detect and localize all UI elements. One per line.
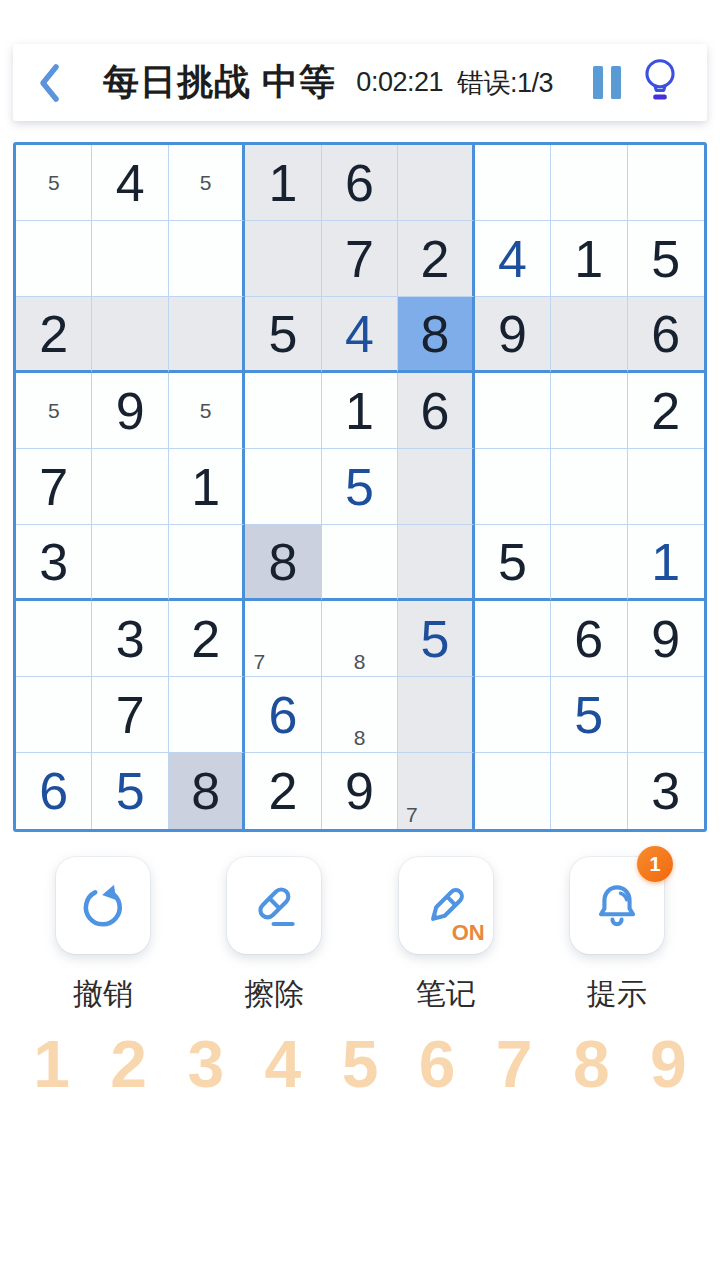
back-button[interactable] bbox=[33, 60, 67, 106]
cell-r2c2[interactable] bbox=[92, 221, 168, 297]
cell-r7c1[interactable] bbox=[16, 601, 92, 677]
cell-r3c2[interactable] bbox=[92, 297, 168, 373]
cell-r9c2[interactable]: 5 bbox=[92, 753, 168, 829]
pencil-notes: 5 bbox=[18, 147, 89, 218]
cell-r1c1[interactable]: 5 bbox=[16, 145, 92, 221]
notes-label: 笔记 bbox=[416, 974, 476, 1015]
pencil-notes: 5 bbox=[18, 375, 89, 446]
pause-button[interactable] bbox=[593, 66, 621, 99]
cell-r2c1[interactable] bbox=[16, 221, 92, 297]
hint-button[interactable]: 1 bbox=[570, 857, 664, 954]
given-digit: 9 bbox=[116, 385, 145, 437]
given-digit: 2 bbox=[191, 613, 220, 665]
given-digit: 2 bbox=[651, 385, 680, 437]
note-digit: 7 bbox=[400, 803, 423, 827]
cell-r9c4[interactable]: 2 bbox=[245, 753, 321, 829]
cell-r1c9[interactable] bbox=[628, 145, 704, 221]
cell-r3c7[interactable]: 9 bbox=[475, 297, 551, 373]
cell-r6c4[interactable]: 8 bbox=[245, 525, 321, 601]
user-digit: 5 bbox=[116, 765, 145, 817]
lightbulb-icon bbox=[639, 56, 681, 106]
cell-r4c7[interactable] bbox=[475, 373, 551, 449]
pencil-notes: 5 bbox=[171, 375, 240, 446]
header-bar: 每日挑战 中等 0:02:21 错误:1/3 bbox=[13, 44, 707, 121]
given-digit: 3 bbox=[651, 765, 680, 817]
user-digit: 4 bbox=[498, 233, 527, 285]
bell-icon bbox=[591, 880, 643, 932]
cell-r6c9[interactable]: 1 bbox=[628, 525, 704, 601]
cell-r2c5[interactable]: 7 bbox=[322, 221, 398, 297]
timer: 0:02:21 bbox=[356, 67, 443, 98]
note-digit: 8 bbox=[348, 650, 372, 674]
given-digit: 5 bbox=[651, 233, 680, 285]
cell-r9c9[interactable]: 3 bbox=[628, 753, 704, 829]
cell-r3c6[interactable]: 8 bbox=[398, 297, 474, 373]
cell-r8c5[interactable]: 8 bbox=[322, 677, 398, 753]
erase-button[interactable] bbox=[227, 857, 321, 954]
cell-r7c6[interactable]: 5 bbox=[398, 601, 474, 677]
cell-r9c3[interactable]: 8 bbox=[169, 753, 245, 829]
erase-label: 擦除 bbox=[244, 974, 304, 1015]
cell-r3c9[interactable]: 6 bbox=[628, 297, 704, 373]
cell-r6c7[interactable]: 5 bbox=[475, 525, 551, 601]
cell-r8c4[interactable]: 6 bbox=[245, 677, 321, 753]
sudoku-app-screen: 每日挑战 中等 0:02:21 错误:1/3 54516724152548965… bbox=[0, 0, 720, 1280]
given-digit: 8 bbox=[269, 536, 298, 588]
pencil-notes: 8 bbox=[324, 603, 395, 674]
numpad-digit-5[interactable]: 5 bbox=[321, 1026, 398, 1102]
back-chevron-icon bbox=[35, 61, 65, 105]
note-digit: 8 bbox=[348, 726, 372, 750]
pencil-notes: 5 bbox=[171, 147, 240, 218]
note-digit: 5 bbox=[194, 171, 217, 195]
given-digit: 9 bbox=[345, 765, 374, 817]
cell-r5c5[interactable]: 5 bbox=[322, 449, 398, 525]
page-title: 每日挑战 中等 bbox=[103, 58, 336, 107]
given-digit: 1 bbox=[574, 233, 603, 285]
cell-r9c8[interactable] bbox=[551, 753, 627, 829]
given-digit: 4 bbox=[116, 157, 145, 209]
given-digit: 6 bbox=[345, 157, 374, 209]
cell-r5c2[interactable] bbox=[92, 449, 168, 525]
cell-r8c8[interactable]: 5 bbox=[551, 677, 627, 753]
given-digit: 8 bbox=[191, 765, 220, 817]
cell-r7c4[interactable]: 7 bbox=[245, 601, 321, 677]
cell-r5c8[interactable] bbox=[551, 449, 627, 525]
cell-r1c5[interactable]: 6 bbox=[322, 145, 398, 221]
user-digit: 1 bbox=[651, 536, 680, 588]
user-digit: 5 bbox=[345, 461, 374, 513]
cell-r1c4[interactable]: 1 bbox=[245, 145, 321, 221]
numpad-digit-1[interactable]: 1 bbox=[13, 1026, 90, 1102]
given-digit: 1 bbox=[345, 385, 374, 437]
user-digit: 6 bbox=[269, 689, 298, 741]
cell-r8c2[interactable]: 7 bbox=[92, 677, 168, 753]
hint-tool: 1 提示 bbox=[570, 857, 664, 1015]
given-digit: 3 bbox=[116, 613, 145, 665]
cell-r6c5[interactable] bbox=[322, 525, 398, 601]
cell-r8c9[interactable] bbox=[628, 677, 704, 753]
cell-r5c9[interactable] bbox=[628, 449, 704, 525]
given-digit: 7 bbox=[116, 689, 145, 741]
pencil-notes: 8 bbox=[324, 679, 395, 750]
given-digit: 1 bbox=[269, 157, 298, 209]
pause-icon bbox=[611, 66, 621, 99]
given-digit: 5 bbox=[269, 308, 298, 360]
cell-r8c6[interactable] bbox=[398, 677, 474, 753]
cell-r6c2[interactable] bbox=[92, 525, 168, 601]
cell-r7c9[interactable]: 9 bbox=[628, 601, 704, 677]
numpad-digit-4[interactable]: 4 bbox=[244, 1026, 321, 1102]
given-digit: 6 bbox=[651, 308, 680, 360]
toolbar: 撤销 擦除 bbox=[56, 857, 664, 1015]
note-digit: 5 bbox=[42, 171, 66, 195]
given-digit: 9 bbox=[651, 613, 680, 665]
numpad-digit-6[interactable]: 6 bbox=[399, 1026, 476, 1102]
notes-button[interactable]: ON bbox=[399, 857, 493, 954]
cell-r2c4[interactable] bbox=[245, 221, 321, 297]
cell-r1c2[interactable]: 4 bbox=[92, 145, 168, 221]
cell-r3c5[interactable]: 4 bbox=[322, 297, 398, 373]
note-digit: 7 bbox=[247, 650, 271, 674]
cell-r6c1[interactable]: 3 bbox=[16, 525, 92, 601]
cell-r9c6[interactable]: 7 bbox=[398, 753, 474, 829]
cell-r2c8[interactable]: 1 bbox=[551, 221, 627, 297]
given-digit: 6 bbox=[420, 385, 449, 437]
cell-r7c8[interactable]: 6 bbox=[551, 601, 627, 677]
given-digit: 8 bbox=[420, 308, 449, 360]
erase-tool: 擦除 bbox=[227, 857, 321, 1015]
theme-bulb-button[interactable] bbox=[639, 56, 681, 110]
header-status-group: 0:02:21 错误:1/3 bbox=[356, 56, 707, 110]
cell-r2c3[interactable] bbox=[169, 221, 245, 297]
cell-r4c8[interactable] bbox=[551, 373, 627, 449]
numpad-digit-3[interactable]: 3 bbox=[167, 1026, 244, 1102]
numpad-digit-8[interactable]: 8 bbox=[553, 1026, 630, 1102]
note-digit: 5 bbox=[194, 399, 217, 423]
cell-r6c8[interactable] bbox=[551, 525, 627, 601]
cell-r7c3[interactable]: 2 bbox=[169, 601, 245, 677]
cell-r8c7[interactable] bbox=[475, 677, 551, 753]
numpad-digit-7[interactable]: 7 bbox=[476, 1026, 553, 1102]
pause-icon bbox=[593, 66, 603, 99]
notes-tool: ON 笔记 bbox=[399, 857, 493, 1015]
cell-r5c4[interactable] bbox=[245, 449, 321, 525]
given-digit: 7 bbox=[345, 233, 374, 285]
cell-r4c3[interactable]: 5 bbox=[169, 373, 245, 449]
hint-count-badge: 1 bbox=[637, 846, 673, 882]
cell-r4c1[interactable]: 5 bbox=[16, 373, 92, 449]
cell-r7c7[interactable] bbox=[475, 601, 551, 677]
given-digit: 7 bbox=[39, 461, 68, 513]
numpad-digit-2[interactable]: 2 bbox=[90, 1026, 167, 1102]
cell-r3c3[interactable] bbox=[169, 297, 245, 373]
note-digit: 5 bbox=[42, 399, 66, 423]
given-digit: 2 bbox=[39, 308, 68, 360]
pencil-notes: 7 bbox=[247, 603, 318, 674]
cell-r2c9[interactable]: 5 bbox=[628, 221, 704, 297]
cell-r9c1[interactable]: 6 bbox=[16, 753, 92, 829]
cell-r3c1[interactable]: 2 bbox=[16, 297, 92, 373]
cell-r5c6[interactable] bbox=[398, 449, 474, 525]
cell-r5c1[interactable]: 7 bbox=[16, 449, 92, 525]
cell-r4c4[interactable] bbox=[245, 373, 321, 449]
given-digit: 5 bbox=[498, 536, 527, 588]
undo-label: 撤销 bbox=[73, 974, 133, 1015]
cell-r5c3[interactable]: 1 bbox=[169, 449, 245, 525]
cell-r7c2[interactable]: 3 bbox=[92, 601, 168, 677]
user-digit: 5 bbox=[574, 689, 603, 741]
given-digit: 2 bbox=[420, 233, 449, 285]
numpad-digit-9[interactable]: 9 bbox=[630, 1026, 707, 1102]
cell-r1c7[interactable] bbox=[475, 145, 551, 221]
cell-r4c6[interactable]: 6 bbox=[398, 373, 474, 449]
cell-r7c5[interactable]: 8 bbox=[322, 601, 398, 677]
given-digit: 2 bbox=[269, 765, 298, 817]
eraser-icon bbox=[248, 880, 300, 932]
cell-r3c4[interactable]: 5 bbox=[245, 297, 321, 373]
sudoku-board: 5451672415254896595162715385132785697685… bbox=[13, 142, 707, 832]
cell-r9c5[interactable]: 9 bbox=[322, 753, 398, 829]
given-digit: 1 bbox=[191, 461, 220, 513]
error-counter: 错误:1/3 bbox=[457, 65, 553, 101]
cell-r6c3[interactable] bbox=[169, 525, 245, 601]
cell-r4c2[interactable]: 9 bbox=[92, 373, 168, 449]
undo-button[interactable] bbox=[56, 857, 150, 954]
cell-r1c6[interactable] bbox=[398, 145, 474, 221]
user-digit: 4 bbox=[345, 308, 374, 360]
cell-r8c3[interactable] bbox=[169, 677, 245, 753]
hint-label: 提示 bbox=[587, 974, 647, 1015]
cell-r3c8[interactable] bbox=[551, 297, 627, 373]
undo-icon bbox=[77, 880, 129, 932]
cell-r2c6[interactable]: 2 bbox=[398, 221, 474, 297]
cell-r8c1[interactable] bbox=[16, 677, 92, 753]
notes-on-state: ON bbox=[452, 920, 485, 946]
given-digit: 6 bbox=[574, 613, 603, 665]
undo-tool: 撤销 bbox=[56, 857, 150, 1015]
user-digit: 6 bbox=[39, 765, 68, 817]
cell-r4c5[interactable]: 1 bbox=[322, 373, 398, 449]
number-pad: 123456789 bbox=[13, 1026, 707, 1102]
cell-r2c7[interactable]: 4 bbox=[475, 221, 551, 297]
given-digit: 3 bbox=[39, 536, 68, 588]
cell-r1c3[interactable]: 5 bbox=[169, 145, 245, 221]
cell-r9c7[interactable] bbox=[475, 753, 551, 829]
given-digit: 9 bbox=[498, 308, 527, 360]
user-digit: 5 bbox=[420, 613, 449, 665]
pencil-notes: 7 bbox=[400, 755, 469, 827]
cell-r5c7[interactable] bbox=[475, 449, 551, 525]
cell-r4c9[interactable]: 2 bbox=[628, 373, 704, 449]
cell-r6c6[interactable] bbox=[398, 525, 474, 601]
cell-r1c8[interactable] bbox=[551, 145, 627, 221]
